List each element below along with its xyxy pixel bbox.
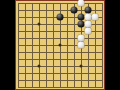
stone-black bbox=[71, 7, 78, 14]
stone-black bbox=[78, 14, 85, 21]
letterbox-left bbox=[0, 0, 15, 90]
star-point bbox=[80, 65, 83, 68]
stone-white bbox=[85, 28, 92, 35]
screenshot-stage bbox=[0, 0, 120, 90]
letterbox-right bbox=[105, 0, 120, 90]
stone-white bbox=[78, 0, 85, 7]
stone-white bbox=[85, 21, 92, 28]
stone-black bbox=[85, 7, 92, 14]
stone-white bbox=[78, 35, 85, 42]
go-board[interactable] bbox=[15, 0, 105, 90]
star-point bbox=[38, 23, 41, 26]
stone-white bbox=[78, 42, 85, 49]
star-point bbox=[38, 65, 41, 68]
stone-white bbox=[92, 14, 99, 21]
stone-white bbox=[85, 14, 92, 21]
stone-black bbox=[57, 14, 64, 21]
star-point bbox=[59, 44, 62, 47]
stone-black bbox=[78, 21, 85, 28]
